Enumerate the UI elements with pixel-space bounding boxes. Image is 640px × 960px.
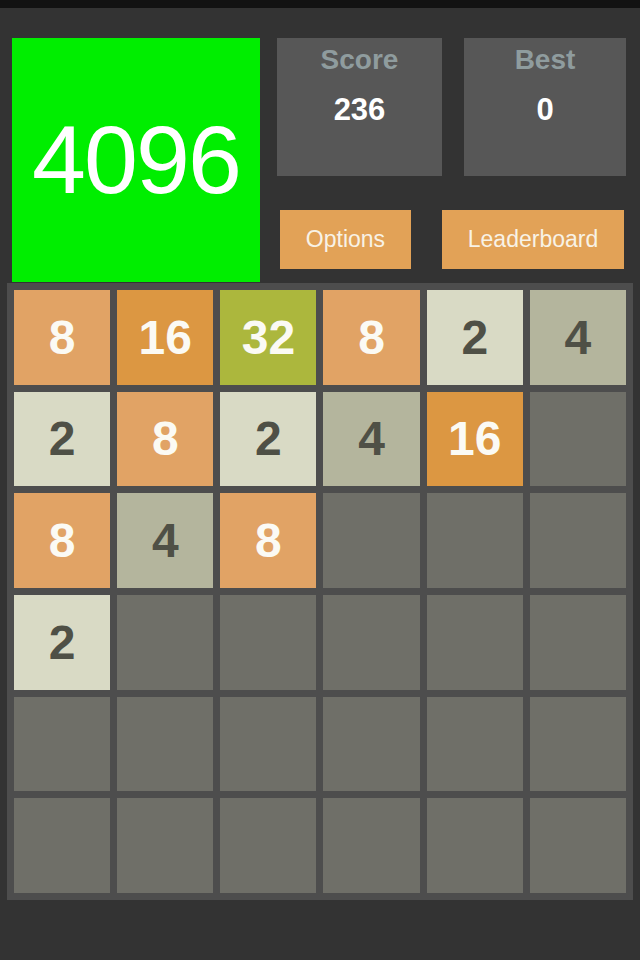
empty-cell (530, 595, 626, 690)
options-button[interactable]: Options (280, 210, 411, 269)
empty-cell (427, 493, 523, 588)
best-box: Best 0 (464, 38, 626, 176)
tile-8: 8 (14, 290, 110, 385)
tile-8: 8 (14, 493, 110, 588)
leaderboard-button[interactable]: Leaderboard (442, 210, 624, 269)
empty-cell (530, 697, 626, 792)
tile-8: 8 (323, 290, 419, 385)
empty-cell (323, 798, 419, 893)
tile-4: 4 (530, 290, 626, 385)
tile-32: 32 (220, 290, 316, 385)
tile-2: 2 (14, 595, 110, 690)
empty-cell (427, 798, 523, 893)
tile-16: 16 (427, 392, 523, 487)
best-value: 0 (536, 92, 553, 128)
empty-cell (427, 595, 523, 690)
empty-cell (530, 493, 626, 588)
empty-cell (14, 697, 110, 792)
empty-cell (530, 392, 626, 487)
empty-cell (323, 697, 419, 792)
leaderboard-button-label: Leaderboard (468, 226, 598, 253)
options-button-label: Options (306, 226, 385, 253)
empty-cell (117, 697, 213, 792)
empty-cell (427, 697, 523, 792)
title-tile-label: 4096 (32, 104, 240, 216)
empty-cell (220, 798, 316, 893)
tile-2: 2 (14, 392, 110, 487)
empty-cell (117, 798, 213, 893)
tile-2: 2 (427, 290, 523, 385)
empty-cell (14, 798, 110, 893)
score-value: 236 (334, 92, 386, 128)
tile-16: 16 (117, 290, 213, 385)
tile-2: 2 (220, 392, 316, 487)
board-grid[interactable]: 816328242824168482 (7, 283, 633, 900)
title-tile: 4096 (12, 38, 260, 282)
tile-8: 8 (220, 493, 316, 588)
best-label: Best (515, 44, 576, 76)
empty-cell (220, 595, 316, 690)
tile-4: 4 (323, 392, 419, 487)
empty-cell (220, 697, 316, 792)
empty-cell (117, 595, 213, 690)
status-bar (0, 0, 640, 8)
score-label: Score (321, 44, 399, 76)
empty-cell (323, 493, 419, 588)
tile-4: 4 (117, 493, 213, 588)
score-box: Score 236 (277, 38, 442, 176)
empty-cell (323, 595, 419, 690)
tile-8: 8 (117, 392, 213, 487)
empty-cell (530, 798, 626, 893)
